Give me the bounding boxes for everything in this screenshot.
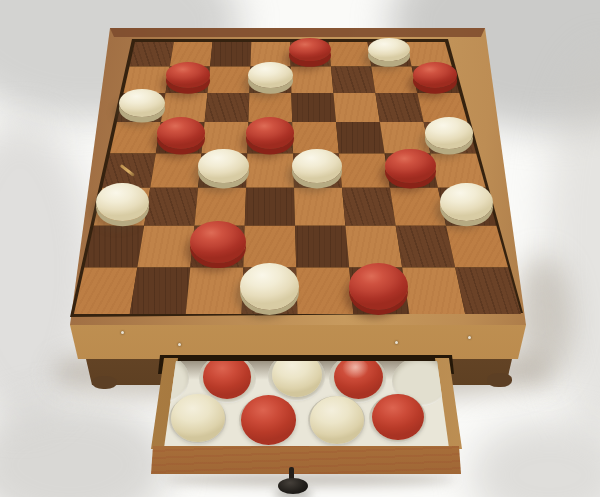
red-checker-r4c4 xyxy=(246,117,294,149)
red-checker-r5c7 xyxy=(385,149,436,184)
cream-checker-in-drawer xyxy=(171,394,225,443)
white-checker-r1c7 xyxy=(368,38,411,61)
red-checker-r2c2 xyxy=(166,62,210,88)
red-checker-r7c3 xyxy=(190,221,246,264)
white-checker-r4c8 xyxy=(425,117,473,149)
nail-dot xyxy=(178,343,181,346)
nail-dot xyxy=(468,336,471,339)
white-checker-r8c4 xyxy=(240,263,299,310)
white-checker-r2c4 xyxy=(248,62,292,88)
white-checker-r6c1 xyxy=(96,183,149,222)
red-checker-r1c5 xyxy=(289,38,332,61)
white-checker-r5c5 xyxy=(292,149,343,184)
nail-dot xyxy=(121,331,124,334)
red-checker-in-drawer xyxy=(203,355,251,398)
red-checker-r2c8 xyxy=(413,62,457,88)
nail-dot xyxy=(395,341,398,344)
drawer-knob xyxy=(278,478,308,494)
red-checker-in-drawer xyxy=(372,394,424,441)
white-checker-r3c1 xyxy=(119,89,165,117)
case-foot-left xyxy=(92,376,117,389)
red-checker-r4c2 xyxy=(157,117,205,149)
cream-checker-in-drawer xyxy=(310,396,364,445)
red-checker-in-drawer xyxy=(334,355,383,399)
red-checker-in-drawer xyxy=(241,395,296,445)
photo-scene xyxy=(0,0,600,497)
case-foot-right xyxy=(487,373,512,387)
white-checker-r5c3 xyxy=(198,149,249,184)
white-checker-r6c8 xyxy=(440,183,493,222)
red-checker-r8c6 xyxy=(349,263,408,310)
